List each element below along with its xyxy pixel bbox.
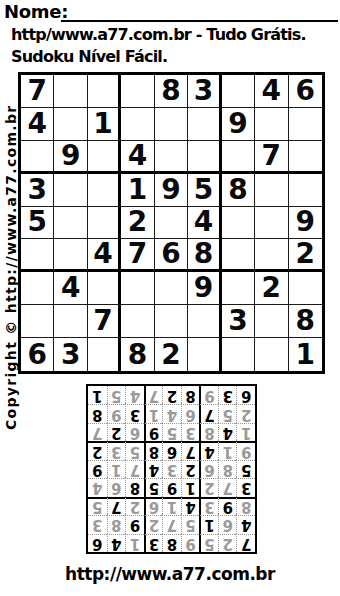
puzzle-cell-r7c9 xyxy=(289,272,322,305)
puzzle-level-title: Sudoku Nível Fácil. xyxy=(11,47,167,66)
solution-cell-r2c2: 6 xyxy=(218,515,237,533)
solution-cell-r4c2: 7 xyxy=(218,478,237,496)
solution-cell-r7c2: 4 xyxy=(218,423,237,441)
solution-cell-r1c8: 4 xyxy=(107,534,126,552)
puzzle-cell-r7c4 xyxy=(121,272,154,305)
solution-cell-r5c5: 3 xyxy=(162,460,181,478)
puzzle-cell-r4c5: 9 xyxy=(155,174,188,207)
solution-cell-r4c7: 8 xyxy=(125,478,144,496)
solution-cell-r3c4: 4 xyxy=(181,497,200,515)
solution-cell-r5c9: 9 xyxy=(88,460,107,478)
puzzle-cell-r4c9 xyxy=(289,174,322,207)
solution-cell-r7c3: 8 xyxy=(199,423,218,441)
puzzle-cell-r7c3 xyxy=(88,272,121,305)
solution-cell-r5c3: 6 xyxy=(199,460,218,478)
puzzle-cell-r4c2 xyxy=(54,174,87,207)
puzzle-cell-r1c6: 3 xyxy=(188,75,221,108)
puzzle-cell-r8c7: 3 xyxy=(222,305,255,338)
puzzle-cell-r9c4: 8 xyxy=(121,338,154,371)
solution-cell-r7c4: 3 xyxy=(181,423,200,441)
solution-cell-r4c8: 6 xyxy=(107,478,126,496)
solution-cell-r2c5: 7 xyxy=(162,515,181,533)
solution-cell-r8c3: 7 xyxy=(199,404,218,422)
puzzle-cell-r9c2: 3 xyxy=(54,338,87,371)
puzzle-cell-r6c6: 8 xyxy=(188,239,221,272)
solution-cell-r1c2: 2 xyxy=(218,534,237,552)
puzzle-cell-r4c7: 8 xyxy=(222,174,255,207)
puzzle-cell-r9c5: 2 xyxy=(155,338,188,371)
solution-cell-r1c1: 7 xyxy=(236,534,255,552)
solution-cell-r3c5: 1 xyxy=(162,497,181,515)
solution-cell-r1c6: 3 xyxy=(144,534,163,552)
puzzle-cell-r2c1: 4 xyxy=(21,108,54,141)
solution-cell-r9c2: 3 xyxy=(218,386,237,404)
solution-cell-r8c6: 1 xyxy=(144,404,163,422)
puzzle-cell-r7c7 xyxy=(222,272,255,305)
solution-cell-r3c2: 9 xyxy=(218,497,237,515)
puzzle-cell-r5c5 xyxy=(155,207,188,240)
puzzle-cell-r6c7 xyxy=(222,239,255,272)
solution-cell-r2c9: 3 xyxy=(88,515,107,533)
solution-cell-r2c8: 8 xyxy=(107,515,126,533)
puzzle-cell-r5c4: 2 xyxy=(121,207,154,240)
solution-cell-r9c3: 9 xyxy=(199,386,218,404)
solution-cell-r4c9: 4 xyxy=(88,478,107,496)
solution-cell-r7c9: 7 xyxy=(88,423,107,441)
puzzle-cell-r9c1: 6 xyxy=(21,338,54,371)
solution-cell-r8c4: 6 xyxy=(181,404,200,422)
solution-cell-r4c5: 9 xyxy=(162,478,181,496)
solution-cell-r2c7: 9 xyxy=(125,515,144,533)
solution-cell-r8c5: 4 xyxy=(162,404,181,422)
puzzle-cell-r7c8: 2 xyxy=(255,272,288,305)
puzzle-cell-r9c6 xyxy=(188,338,221,371)
solution-cell-r2c1: 4 xyxy=(236,515,255,533)
main-sudoku-grid: 783464199473195852494768249273863821 xyxy=(18,72,325,374)
puzzle-cell-r4c6: 5 xyxy=(188,174,221,207)
puzzle-cell-r6c5: 6 xyxy=(155,239,188,272)
puzzle-cell-r3c6 xyxy=(188,141,221,174)
puzzle-cell-r9c8 xyxy=(255,338,288,371)
puzzle-cell-r2c8 xyxy=(255,108,288,141)
solution-cell-r1c5: 8 xyxy=(162,534,181,552)
site-tagline: http/www.a77.com.br - Tudo Grátis. xyxy=(11,25,306,44)
solution-cell-r7c5: 5 xyxy=(162,423,181,441)
solution-cell-r2c4: 5 xyxy=(181,515,200,533)
puzzle-cell-r5c1: 5 xyxy=(21,207,54,240)
solution-cell-r5c4: 2 xyxy=(181,460,200,478)
puzzle-cell-r4c3 xyxy=(88,174,121,207)
solution-cell-r1c9: 6 xyxy=(88,534,107,552)
puzzle-cell-r9c9: 1 xyxy=(289,338,322,371)
puzzle-cell-r3c5 xyxy=(155,141,188,174)
puzzle-cell-r8c1 xyxy=(21,305,54,338)
solution-cell-r3c9: 5 xyxy=(88,497,107,515)
solution-cell-r9c4: 8 xyxy=(181,386,200,404)
solution-cell-r5c8: 1 xyxy=(107,460,126,478)
solution-cell-r1c4: 9 xyxy=(181,534,200,552)
solution-cell-r9c5: 2 xyxy=(162,386,181,404)
solution-cell-r4c3: 2 xyxy=(199,478,218,496)
puzzle-cell-r6c1 xyxy=(21,239,54,272)
solution-cell-r5c7: 7 xyxy=(125,460,144,478)
solution-cell-r9c6: 7 xyxy=(144,386,163,404)
puzzle-cell-r7c1 xyxy=(21,272,54,305)
puzzle-cell-r2c2 xyxy=(54,108,87,141)
puzzle-cell-r6c2 xyxy=(54,239,87,272)
puzzle-cell-r6c4: 7 xyxy=(121,239,154,272)
footer-url: http://www.a77.com.br xyxy=(0,564,340,584)
solution-cell-r7c8: 2 xyxy=(107,423,126,441)
puzzle-cell-r8c5 xyxy=(155,305,188,338)
solution-cell-r3c1: 8 xyxy=(236,497,255,515)
solution-cell-r8c1: 2 xyxy=(236,404,255,422)
puzzle-cell-r2c3: 1 xyxy=(88,108,121,141)
puzzle-cell-r3c9 xyxy=(289,141,322,174)
solution-cell-r4c6: 5 xyxy=(144,478,163,496)
puzzle-cell-r1c8: 4 xyxy=(255,75,288,108)
puzzle-cell-r3c3 xyxy=(88,141,121,174)
solution-cell-r9c8: 5 xyxy=(107,386,126,404)
puzzle-cell-r8c2 xyxy=(54,305,87,338)
puzzle-cell-r8c8 xyxy=(255,305,288,338)
solution-cell-r3c7: 2 xyxy=(125,497,144,515)
solution-cell-r5c6: 4 xyxy=(144,460,163,478)
copyright-vertical-text: Copyright © http://www.a77.com.br xyxy=(3,83,18,430)
solution-cell-r6c7: 5 xyxy=(125,441,144,459)
puzzle-cell-r2c6 xyxy=(188,108,221,141)
solution-sudoku-grid-rotated: 7259831464615729838934162753721958645862… xyxy=(86,384,257,554)
puzzle-cell-r4c4: 1 xyxy=(121,174,154,207)
solution-cell-r7c1: 1 xyxy=(236,423,255,441)
puzzle-cell-r5c2 xyxy=(54,207,87,240)
puzzle-cell-r5c8 xyxy=(255,207,288,240)
puzzle-cell-r2c7: 9 xyxy=(222,108,255,141)
puzzle-cell-r5c7 xyxy=(222,207,255,240)
puzzle-cell-r2c9 xyxy=(289,108,322,141)
solution-cell-r6c1: 9 xyxy=(236,441,255,459)
solution-cell-r2c6: 2 xyxy=(144,515,163,533)
puzzle-cell-r8c9: 8 xyxy=(289,305,322,338)
puzzle-cell-r4c1: 3 xyxy=(21,174,54,207)
solution-cell-r9c7: 4 xyxy=(125,386,144,404)
puzzle-cell-r6c3: 4 xyxy=(88,239,121,272)
puzzle-cell-r1c3 xyxy=(88,75,121,108)
puzzle-cell-r7c2: 4 xyxy=(54,272,87,305)
puzzle-cell-r3c1 xyxy=(21,141,54,174)
solution-cell-r1c3: 5 xyxy=(199,534,218,552)
solution-cell-r6c9: 2 xyxy=(88,441,107,459)
solution-cell-r2c3: 1 xyxy=(199,515,218,533)
puzzle-cell-r6c9: 2 xyxy=(289,239,322,272)
puzzle-cell-r4c8 xyxy=(255,174,288,207)
puzzle-cell-r5c3 xyxy=(88,207,121,240)
solution-cell-r6c3: 4 xyxy=(199,441,218,459)
puzzle-cell-r1c5: 8 xyxy=(155,75,188,108)
name-blank-line xyxy=(61,20,338,22)
solution-cell-r8c2: 5 xyxy=(218,404,237,422)
solution-cell-r6c4: 7 xyxy=(181,441,200,459)
puzzle-cell-r3c2: 9 xyxy=(54,141,87,174)
solution-cell-r3c8: 7 xyxy=(107,497,126,515)
solution-cell-r8c8: 9 xyxy=(107,404,126,422)
puzzle-cell-r8c6 xyxy=(188,305,221,338)
solution-cell-r7c7: 6 xyxy=(125,423,144,441)
puzzle-cell-r7c6: 9 xyxy=(188,272,221,305)
solution-cell-r6c5: 6 xyxy=(162,441,181,459)
solution-cell-r9c9: 1 xyxy=(88,386,107,404)
puzzle-cell-r9c3 xyxy=(88,338,121,371)
puzzle-cell-r3c8: 7 xyxy=(255,141,288,174)
solution-cell-r6c6: 8 xyxy=(144,441,163,459)
puzzle-cell-r8c3: 7 xyxy=(88,305,121,338)
puzzle-cell-r1c1: 7 xyxy=(21,75,54,108)
solution-cell-r6c2: 1 xyxy=(218,441,237,459)
solution-cell-r5c1: 5 xyxy=(236,460,255,478)
puzzle-cell-r9c7 xyxy=(222,338,255,371)
puzzle-cell-r1c7 xyxy=(222,75,255,108)
puzzle-cell-r3c7 xyxy=(222,141,255,174)
solution-cell-r3c3: 3 xyxy=(199,497,218,515)
solution-cell-r7c6: 9 xyxy=(144,423,163,441)
puzzle-cell-r5c9: 9 xyxy=(289,207,322,240)
puzzle-cell-r2c4 xyxy=(121,108,154,141)
puzzle-cell-r3c4: 4 xyxy=(121,141,154,174)
puzzle-cell-r2c5 xyxy=(155,108,188,141)
puzzle-cell-r5c6: 4 xyxy=(188,207,221,240)
solution-cell-r3c6: 6 xyxy=(144,497,163,515)
puzzle-cell-r1c2 xyxy=(54,75,87,108)
name-label: Nome: xyxy=(4,1,338,22)
solution-cell-r4c1: 3 xyxy=(236,478,255,496)
puzzle-cell-r1c9: 6 xyxy=(289,75,322,108)
puzzle-cell-r6c8 xyxy=(255,239,288,272)
solution-cell-r8c9: 8 xyxy=(88,404,107,422)
puzzle-cell-r8c4 xyxy=(121,305,154,338)
solution-cell-r4c4: 1 xyxy=(181,478,200,496)
puzzle-cell-r7c5 xyxy=(155,272,188,305)
puzzle-cell-r1c4 xyxy=(121,75,154,108)
solution-cell-r5c2: 8 xyxy=(218,460,237,478)
solution-cell-r6c8: 3 xyxy=(107,441,126,459)
solution-cell-r1c7: 1 xyxy=(125,534,144,552)
solution-cell-r8c7: 3 xyxy=(125,404,144,422)
solution-cell-r9c1: 6 xyxy=(236,386,255,404)
